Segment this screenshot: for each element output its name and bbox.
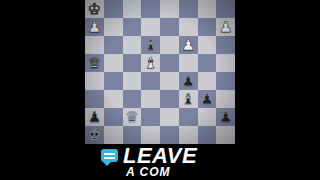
- square-b2: [104, 108, 123, 126]
- square-d6: ♝: [141, 36, 160, 54]
- square-g6: [198, 36, 217, 54]
- square-f7: [179, 18, 198, 36]
- square-e8: [160, 0, 179, 18]
- square-c6: [123, 36, 142, 54]
- square-h8: [216, 0, 235, 18]
- square-e6: [160, 36, 179, 54]
- square-b4: [104, 72, 123, 90]
- square-c5: [123, 54, 142, 72]
- square-d7: [141, 18, 160, 36]
- square-h4: [216, 72, 235, 90]
- square-c7: [123, 18, 142, 36]
- black-pawn-a2: ♟: [88, 108, 101, 126]
- square-e4: [160, 72, 179, 90]
- square-g1: [198, 126, 217, 144]
- square-g2: [198, 108, 217, 126]
- square-e5: [160, 54, 179, 72]
- square-h7: ♟: [216, 18, 235, 36]
- square-c4: [123, 72, 142, 90]
- square-f8: [179, 0, 198, 18]
- square-g5: [198, 54, 217, 72]
- square-f6: ♟: [179, 36, 198, 54]
- square-h2: ♟: [216, 108, 235, 126]
- square-h3: [216, 90, 235, 108]
- square-e1: [160, 126, 179, 144]
- square-h1: [216, 126, 235, 144]
- black-pawn-f4: ♟: [181, 72, 194, 90]
- white-king-a8: ♚: [88, 0, 101, 18]
- black-pawn-h2: ♟: [219, 108, 232, 126]
- square-d3: [141, 90, 160, 108]
- square-h6: [216, 36, 235, 54]
- square-g4: [198, 72, 217, 90]
- square-c2: ♛: [123, 108, 142, 126]
- black-bishop-f3: ♝: [181, 90, 194, 108]
- square-b6: [104, 36, 123, 54]
- square-f3: ♝: [179, 90, 198, 108]
- black-king-a1: ♚: [88, 126, 101, 144]
- square-a5: ♛: [85, 54, 104, 72]
- video-frame: { "game": "chess", "position": { "fen": …: [0, 0, 320, 180]
- square-f1: [179, 126, 198, 144]
- white-bishop-d5: ♝: [144, 54, 157, 72]
- black-bishop-d6: ♝: [144, 36, 157, 54]
- square-a2: ♟: [85, 108, 104, 126]
- square-c1: [123, 126, 142, 144]
- square-e7: [160, 18, 179, 36]
- square-b1: [104, 126, 123, 144]
- square-a3: [85, 90, 104, 108]
- square-d8: [141, 0, 160, 18]
- square-a6: [85, 36, 104, 54]
- square-h5: [216, 54, 235, 72]
- square-a4: [85, 72, 104, 90]
- black-queen-c2: ♛: [125, 108, 138, 126]
- square-f2: [179, 108, 198, 126]
- square-a8: ♚: [85, 0, 104, 18]
- square-b5: [104, 54, 123, 72]
- square-b7: [104, 18, 123, 36]
- caption-overlay: LEAVE A COM: [101, 146, 197, 178]
- square-d4: [141, 72, 160, 90]
- square-c8: [123, 0, 142, 18]
- square-b3: [104, 90, 123, 108]
- white-pawn-h7: ♟: [219, 18, 232, 36]
- square-f4: ♟: [179, 72, 198, 90]
- square-g3: ♟: [198, 90, 217, 108]
- square-g8: [198, 0, 217, 18]
- square-e2: [160, 108, 179, 126]
- square-c3: [123, 90, 142, 108]
- caption-text: LEAVE A COM: [123, 146, 197, 178]
- caption-line1: LEAVE: [123, 146, 197, 166]
- square-a7: ♟: [85, 18, 104, 36]
- white-queen-a5: ♛: [88, 54, 101, 72]
- black-pawn-g3: ♟: [200, 90, 213, 108]
- square-g7: [198, 18, 217, 36]
- white-pawn-a7: ♟: [88, 18, 101, 36]
- white-pawn-f6: ♟: [181, 36, 194, 54]
- square-d1: [141, 126, 160, 144]
- square-e3: [160, 90, 179, 108]
- square-d2: [141, 108, 160, 126]
- comment-bubble-icon: [101, 149, 118, 162]
- square-a1: ♚: [85, 126, 104, 144]
- square-f5: [179, 54, 198, 72]
- square-b8: [104, 0, 123, 18]
- square-d5: ♝: [141, 54, 160, 72]
- chess-board: ♚♟♟♝♟♛♝♟♝♟♟♛♟♚: [85, 0, 235, 144]
